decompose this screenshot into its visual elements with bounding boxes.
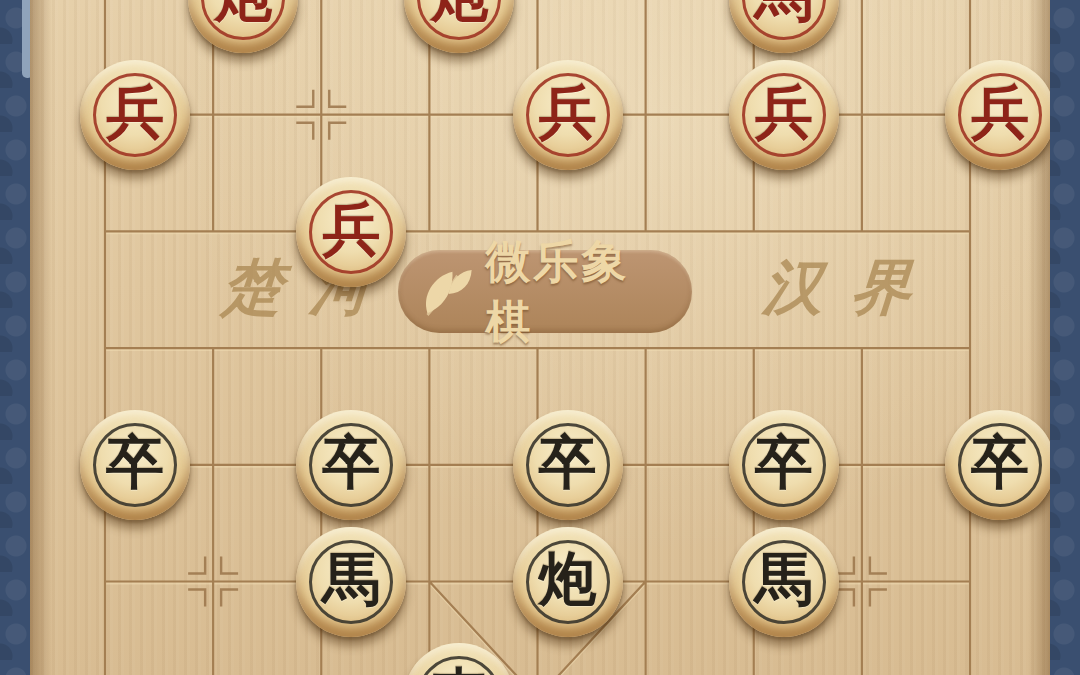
- piece-glyph: 炮: [513, 525, 623, 635]
- piece-black-rook-d8[interactable]: 車: [404, 643, 514, 675]
- piece-glyph: 炮: [404, 0, 514, 51]
- piece-black-horse-c7[interactable]: 馬: [296, 527, 406, 637]
- app-background-right-strip: [1048, 0, 1080, 675]
- piece-black-soldier-g6[interactable]: 卒: [729, 410, 839, 520]
- piece-glyph: 兵: [296, 175, 406, 285]
- piece-black-horse-g7[interactable]: 馬: [729, 527, 839, 637]
- piece-glyph: 兵: [80, 58, 190, 168]
- piece-black-cannon-e7[interactable]: 炮: [513, 527, 623, 637]
- piece-glyph: 兵: [729, 58, 839, 168]
- piece-red-cannon-b2[interactable]: 炮: [188, 0, 298, 53]
- game-screen: 楚河 汉界 微乐象棋 炮炮馬兵兵兵兵兵卒卒卒卒卒馬炮馬車: [0, 0, 1080, 675]
- piece-layer: 炮炮馬兵兵兵兵兵卒卒卒卒卒馬炮馬車: [81, 0, 1050, 675]
- piece-glyph: 兵: [945, 58, 1050, 168]
- piece-red-soldier-c4[interactable]: 兵: [296, 177, 406, 287]
- piece-black-soldier-e6[interactable]: 卒: [513, 410, 623, 520]
- piece-glyph: 兵: [513, 58, 623, 168]
- piece-red-soldier-e3[interactable]: 兵: [513, 60, 623, 170]
- piece-glyph: 馬: [729, 525, 839, 635]
- piece-glyph: 車: [404, 641, 514, 675]
- piece-glyph: 馬: [729, 0, 839, 51]
- piece-glyph: 卒: [945, 408, 1050, 518]
- piece-black-soldier-c6[interactable]: 卒: [296, 410, 406, 520]
- piece-glyph: 卒: [296, 408, 406, 518]
- piece-black-soldier-a6[interactable]: 卒: [80, 410, 190, 520]
- app-background-left-strip: [0, 0, 32, 675]
- piece-glyph: 卒: [80, 408, 190, 518]
- piece-red-soldier-a3[interactable]: 兵: [80, 60, 190, 170]
- piece-red-soldier-i3[interactable]: 兵: [945, 60, 1050, 170]
- piece-red-soldier-g3[interactable]: 兵: [729, 60, 839, 170]
- piece-red-cannon-d2[interactable]: 炮: [404, 0, 514, 53]
- piece-black-soldier-i6[interactable]: 卒: [945, 410, 1050, 520]
- xiangqi-board[interactable]: 楚河 汉界 微乐象棋 炮炮馬兵兵兵兵兵卒卒卒卒卒馬炮馬車: [30, 0, 1050, 675]
- piece-red-horse-g2[interactable]: 馬: [729, 0, 839, 53]
- piece-glyph: 卒: [513, 408, 623, 518]
- piece-glyph: 卒: [729, 408, 839, 518]
- piece-glyph: 炮: [188, 0, 298, 51]
- piece-glyph: 馬: [296, 525, 406, 635]
